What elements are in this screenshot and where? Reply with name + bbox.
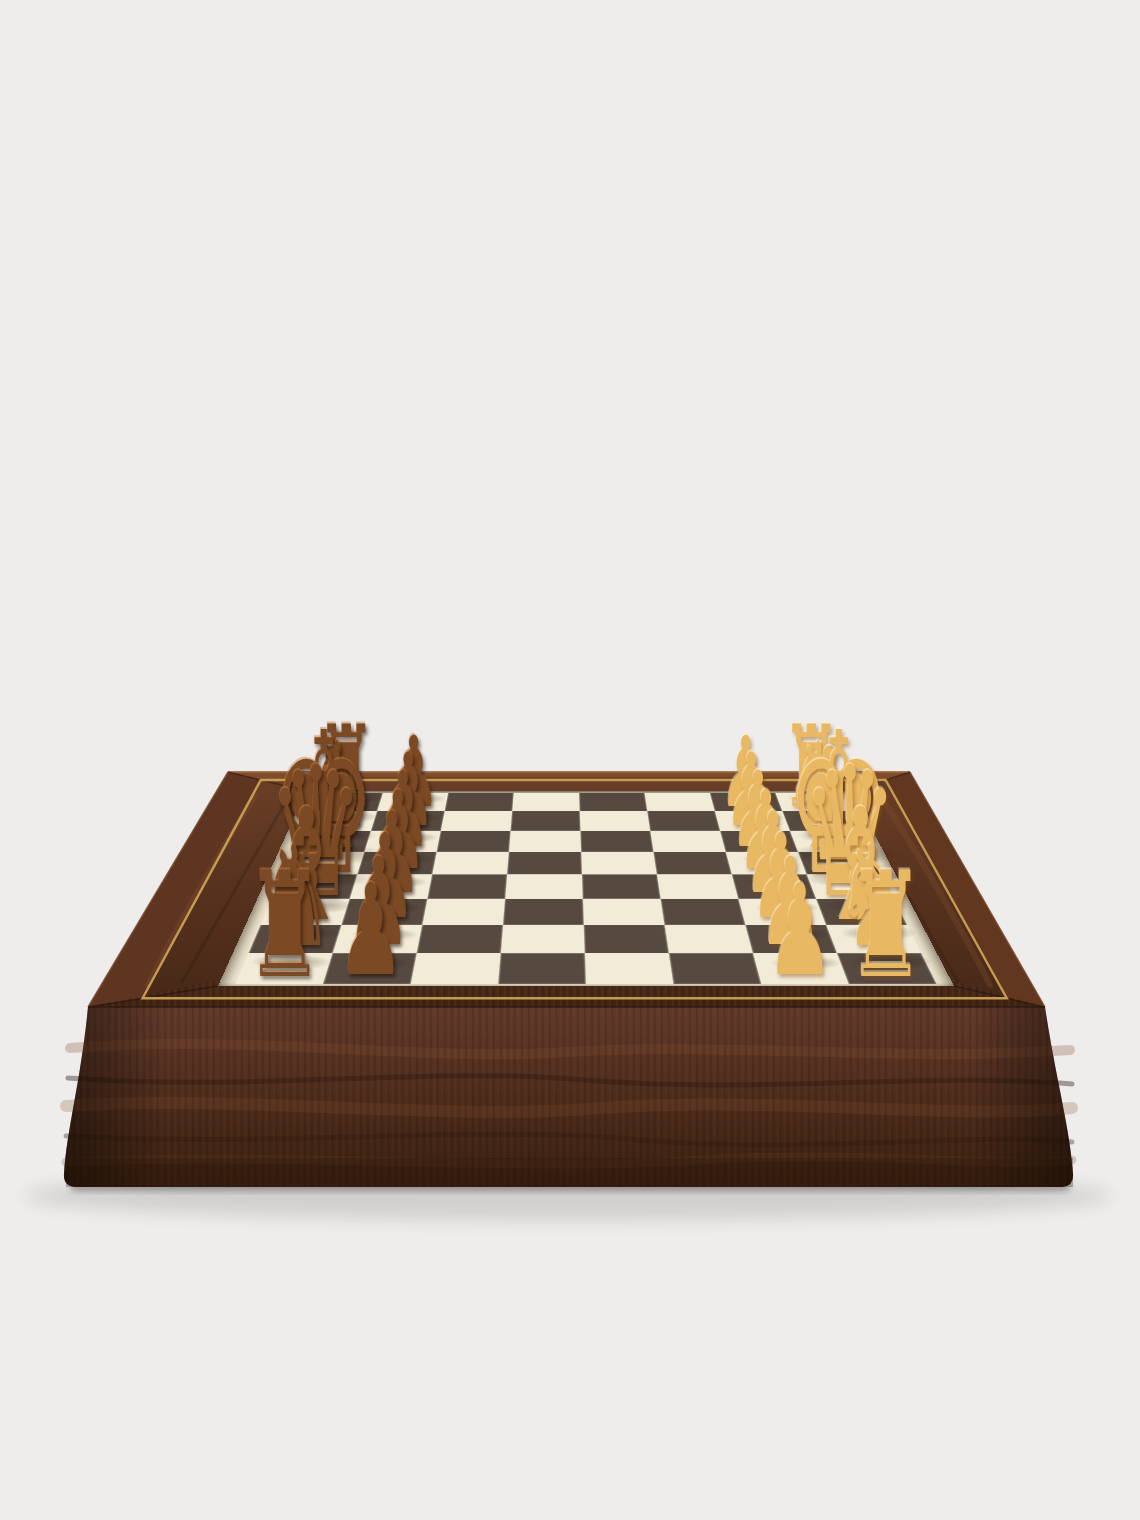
board-square bbox=[826, 925, 921, 953]
board-square bbox=[377, 793, 448, 811]
board-square bbox=[782, 811, 859, 831]
board-square bbox=[653, 852, 731, 875]
board-square bbox=[738, 899, 826, 925]
front-base-band bbox=[66, 1158, 1073, 1187]
board-square bbox=[333, 925, 423, 953]
board-square bbox=[411, 953, 501, 984]
board-square bbox=[503, 899, 584, 925]
board-square bbox=[745, 925, 837, 953]
board-square bbox=[580, 831, 653, 852]
board-square bbox=[585, 953, 674, 984]
board-square bbox=[509, 831, 581, 852]
board-square bbox=[753, 953, 849, 984]
board-square bbox=[341, 899, 427, 925]
board-square bbox=[292, 831, 371, 852]
board-square bbox=[501, 925, 585, 953]
board-square bbox=[715, 811, 790, 831]
board-square bbox=[581, 852, 657, 875]
board-square bbox=[807, 874, 894, 898]
board-square bbox=[837, 953, 936, 984]
board-square bbox=[235, 953, 332, 984]
board-square bbox=[441, 811, 512, 831]
board-square bbox=[357, 852, 436, 875]
board-square bbox=[498, 953, 586, 984]
board-square bbox=[650, 831, 725, 852]
board-square bbox=[272, 874, 357, 898]
board-square bbox=[579, 793, 647, 811]
board-square bbox=[580, 811, 651, 831]
board-square bbox=[583, 899, 665, 925]
board-square bbox=[282, 852, 364, 875]
board-square bbox=[512, 793, 580, 811]
board-square bbox=[582, 874, 661, 898]
board-square bbox=[790, 831, 870, 852]
board-square bbox=[249, 925, 342, 953]
board-square bbox=[657, 874, 738, 898]
board-square bbox=[301, 811, 377, 831]
board-square bbox=[310, 793, 383, 811]
board-square bbox=[665, 925, 753, 953]
board-square bbox=[364, 831, 440, 852]
board-square bbox=[505, 874, 583, 898]
board-square bbox=[647, 811, 720, 831]
board-square bbox=[669, 953, 761, 984]
board-square bbox=[710, 793, 782, 811]
board-square bbox=[432, 852, 509, 875]
chess-board-grid bbox=[218, 791, 954, 986]
board-square bbox=[775, 793, 850, 811]
board-square bbox=[417, 925, 503, 953]
chess-box bbox=[0, 0, 1140, 1520]
board-square bbox=[507, 852, 582, 875]
board-square bbox=[437, 831, 511, 852]
board-square bbox=[350, 874, 433, 898]
board-square bbox=[732, 874, 816, 898]
board-square bbox=[323, 953, 417, 984]
board-square bbox=[720, 831, 798, 852]
board-square bbox=[798, 852, 882, 875]
board-square bbox=[816, 899, 907, 925]
board-square bbox=[644, 793, 714, 811]
board-square bbox=[445, 793, 514, 811]
board-square bbox=[371, 811, 445, 831]
board-square bbox=[511, 811, 581, 831]
board-square bbox=[584, 925, 669, 953]
product-photo-scene: ♜♟♟♜♞♟♟♞♝♟♟♝♚♟♟♚♛♟♟♛♝♟♟♝♞♟♟♞♜♟♟♜ bbox=[0, 0, 1140, 1520]
board-square bbox=[726, 852, 807, 875]
board-square bbox=[422, 899, 505, 925]
board-square bbox=[427, 874, 507, 898]
board-square bbox=[261, 899, 350, 925]
board-square bbox=[661, 899, 746, 925]
